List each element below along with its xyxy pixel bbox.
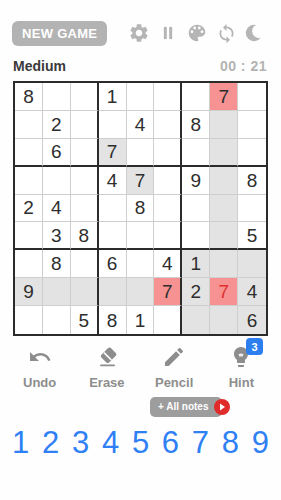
cell-r4c4[interactable]: 4 [99, 167, 127, 195]
cell-r9c8[interactable] [210, 306, 238, 334]
play-circle-icon [214, 399, 230, 415]
cell-r9c9[interactable]: 6 [238, 306, 266, 334]
cell-r2c4[interactable] [99, 111, 127, 139]
cell-r8c9[interactable]: 4 [238, 278, 266, 306]
numpad-6[interactable]: 6 [160, 427, 181, 458]
top-icons [127, 21, 267, 45]
erase-button[interactable]: Erase [73, 345, 140, 390]
cell-r2c1[interactable] [15, 111, 43, 139]
cell-r8c5[interactable] [127, 278, 155, 306]
cell-r4c6[interactable] [154, 167, 182, 195]
cell-r6c2[interactable]: 3 [43, 222, 71, 250]
erase-label: Erase [89, 375, 124, 390]
cell-r3c6[interactable] [154, 139, 182, 167]
difficulty-label: Medium [13, 58, 66, 74]
cell-r7c2[interactable]: 8 [43, 250, 71, 278]
cell-r9c1[interactable] [15, 306, 43, 334]
cell-r2c7[interactable]: 8 [182, 111, 210, 139]
cell-r7c1[interactable] [15, 250, 43, 278]
cell-r7c5[interactable] [127, 250, 155, 278]
cell-r6c4[interactable] [99, 222, 127, 250]
cell-r9c2[interactable] [43, 306, 71, 334]
cell-r4c8[interactable] [210, 167, 238, 195]
timer: 00 : 21 [220, 58, 267, 74]
cell-r6c5[interactable] [127, 222, 155, 250]
cell-r8c6[interactable]: 7 [154, 278, 182, 306]
all-notes-label: + All notes [158, 401, 208, 412]
cell-r7c7[interactable]: 1 [182, 250, 210, 278]
cell-r8c8[interactable]: 7 [210, 278, 238, 306]
cell-r6c7[interactable] [182, 222, 210, 250]
numpad-7[interactable]: 7 [190, 427, 211, 458]
cell-r9c5[interactable]: 1 [127, 306, 155, 334]
pencil-label: Pencil [155, 375, 193, 390]
cell-r6c9[interactable]: 5 [238, 222, 266, 250]
cell-r2c8[interactable] [210, 111, 238, 139]
cell-r6c8[interactable] [210, 222, 238, 250]
cell-r2c3[interactable] [71, 111, 99, 139]
new-game-button[interactable]: NEW GAME [12, 21, 107, 46]
cell-r6c3[interactable]: 8 [71, 222, 99, 250]
cell-r1c2[interactable] [43, 83, 71, 111]
numpad-5[interactable]: 5 [130, 427, 151, 458]
pause-icon[interactable] [156, 21, 180, 45]
top-bar: NEW GAME [0, 0, 281, 46]
cell-r7c4[interactable]: 6 [99, 250, 127, 278]
cell-r4c7[interactable]: 9 [182, 167, 210, 195]
cell-r8c3[interactable] [71, 278, 99, 306]
undo-icon [27, 345, 53, 372]
cell-r6c6[interactable] [154, 222, 182, 250]
cell-r1c9[interactable] [238, 83, 266, 111]
theme-palette-icon[interactable] [185, 21, 209, 45]
numpad-9[interactable]: 9 [250, 427, 271, 458]
cell-r1c1[interactable]: 8 [15, 83, 43, 111]
cell-r3c2[interactable]: 6 [43, 139, 71, 167]
cell-r1c3[interactable] [71, 83, 99, 111]
cell-r1c4[interactable]: 1 [99, 83, 127, 111]
cell-r6c1[interactable] [15, 222, 43, 250]
cell-r1c5[interactable] [127, 83, 155, 111]
cell-r9c6[interactable] [154, 306, 182, 334]
cell-r3c5[interactable] [127, 139, 155, 167]
cell-r4c3[interactable] [71, 167, 99, 195]
cell-r3c4[interactable]: 7 [99, 139, 127, 167]
cell-r5c1[interactable]: 2 [15, 195, 43, 223]
cell-r8c2[interactable] [43, 278, 71, 306]
cell-r5c4[interactable] [99, 195, 127, 223]
cell-r4c1[interactable] [15, 167, 43, 195]
number-pad: 123456789 [0, 423, 281, 458]
cell-r1c7[interactable] [182, 83, 210, 111]
notes-row: + All notes [0, 397, 281, 423]
sudoku-app: NEW GAME Medium 00 : 21 8172486747982483… [0, 0, 281, 500]
hint-badge: 3 [246, 338, 263, 355]
cell-r9c3[interactable]: 5 [71, 306, 99, 334]
pencil-icon [161, 345, 187, 372]
hint-label: Hint [229, 375, 254, 390]
cell-r7c3[interactable] [71, 250, 99, 278]
cell-r9c4[interactable]: 8 [99, 306, 127, 334]
undo-label: Undo [23, 375, 56, 390]
undo-button[interactable]: Undo [6, 345, 73, 390]
cell-r5c5[interactable]: 8 [127, 195, 155, 223]
cell-r5c9[interactable] [238, 195, 266, 223]
all-notes-button[interactable]: + All notes [150, 397, 222, 417]
cell-r4c5[interactable]: 7 [127, 167, 155, 195]
cell-r5c7[interactable] [182, 195, 210, 223]
pencil-button[interactable]: Pencil [141, 345, 208, 390]
cell-r7c8[interactable] [210, 250, 238, 278]
cell-r7c6[interactable]: 4 [154, 250, 182, 278]
cell-r3c1[interactable] [15, 139, 43, 167]
cell-r3c7[interactable] [182, 139, 210, 167]
cell-r2c2[interactable]: 2 [43, 111, 71, 139]
cell-r5c2[interactable]: 4 [43, 195, 71, 223]
sudoku-board: 8172486747982483858641972745816 [13, 81, 268, 336]
cell-r1c6[interactable] [154, 83, 182, 111]
cell-r1c8[interactable]: 7 [210, 83, 238, 111]
settings-gear-icon[interactable] [127, 21, 151, 45]
numpad-8[interactable]: 8 [220, 427, 241, 458]
cell-r2c6[interactable] [154, 111, 182, 139]
numpad-1[interactable]: 1 [10, 427, 31, 458]
eraser-icon [94, 345, 120, 372]
cell-r9c7[interactable] [182, 306, 210, 334]
cell-r2c5[interactable]: 4 [127, 111, 155, 139]
night-mode-moon-icon[interactable] [243, 21, 267, 45]
status-bar: Medium 00 : 21 [0, 46, 281, 74]
cell-r5c3[interactable] [71, 195, 99, 223]
restart-icon[interactable] [214, 21, 238, 45]
cell-r3c3[interactable] [71, 139, 99, 167]
cell-r7c9[interactable] [238, 250, 266, 278]
cell-r5c8[interactable] [210, 195, 238, 223]
numpad-4[interactable]: 4 [100, 427, 121, 458]
cell-r8c4[interactable] [99, 278, 127, 306]
cell-r3c8[interactable] [210, 139, 238, 167]
numpad-2[interactable]: 2 [40, 427, 61, 458]
cell-r5c6[interactable] [154, 195, 182, 223]
cell-r8c7[interactable]: 2 [182, 278, 210, 306]
cell-r3c9[interactable] [238, 139, 266, 167]
hint-button[interactable]: 3 Hint [208, 345, 275, 390]
cell-r4c2[interactable] [43, 167, 71, 195]
cell-r2c9[interactable] [238, 111, 266, 139]
cell-r8c1[interactable]: 9 [15, 278, 43, 306]
cell-r4c9[interactable]: 8 [238, 167, 266, 195]
toolbar: Undo Erase Pencil 3 Hint [0, 345, 281, 390]
numpad-3[interactable]: 3 [70, 427, 91, 458]
